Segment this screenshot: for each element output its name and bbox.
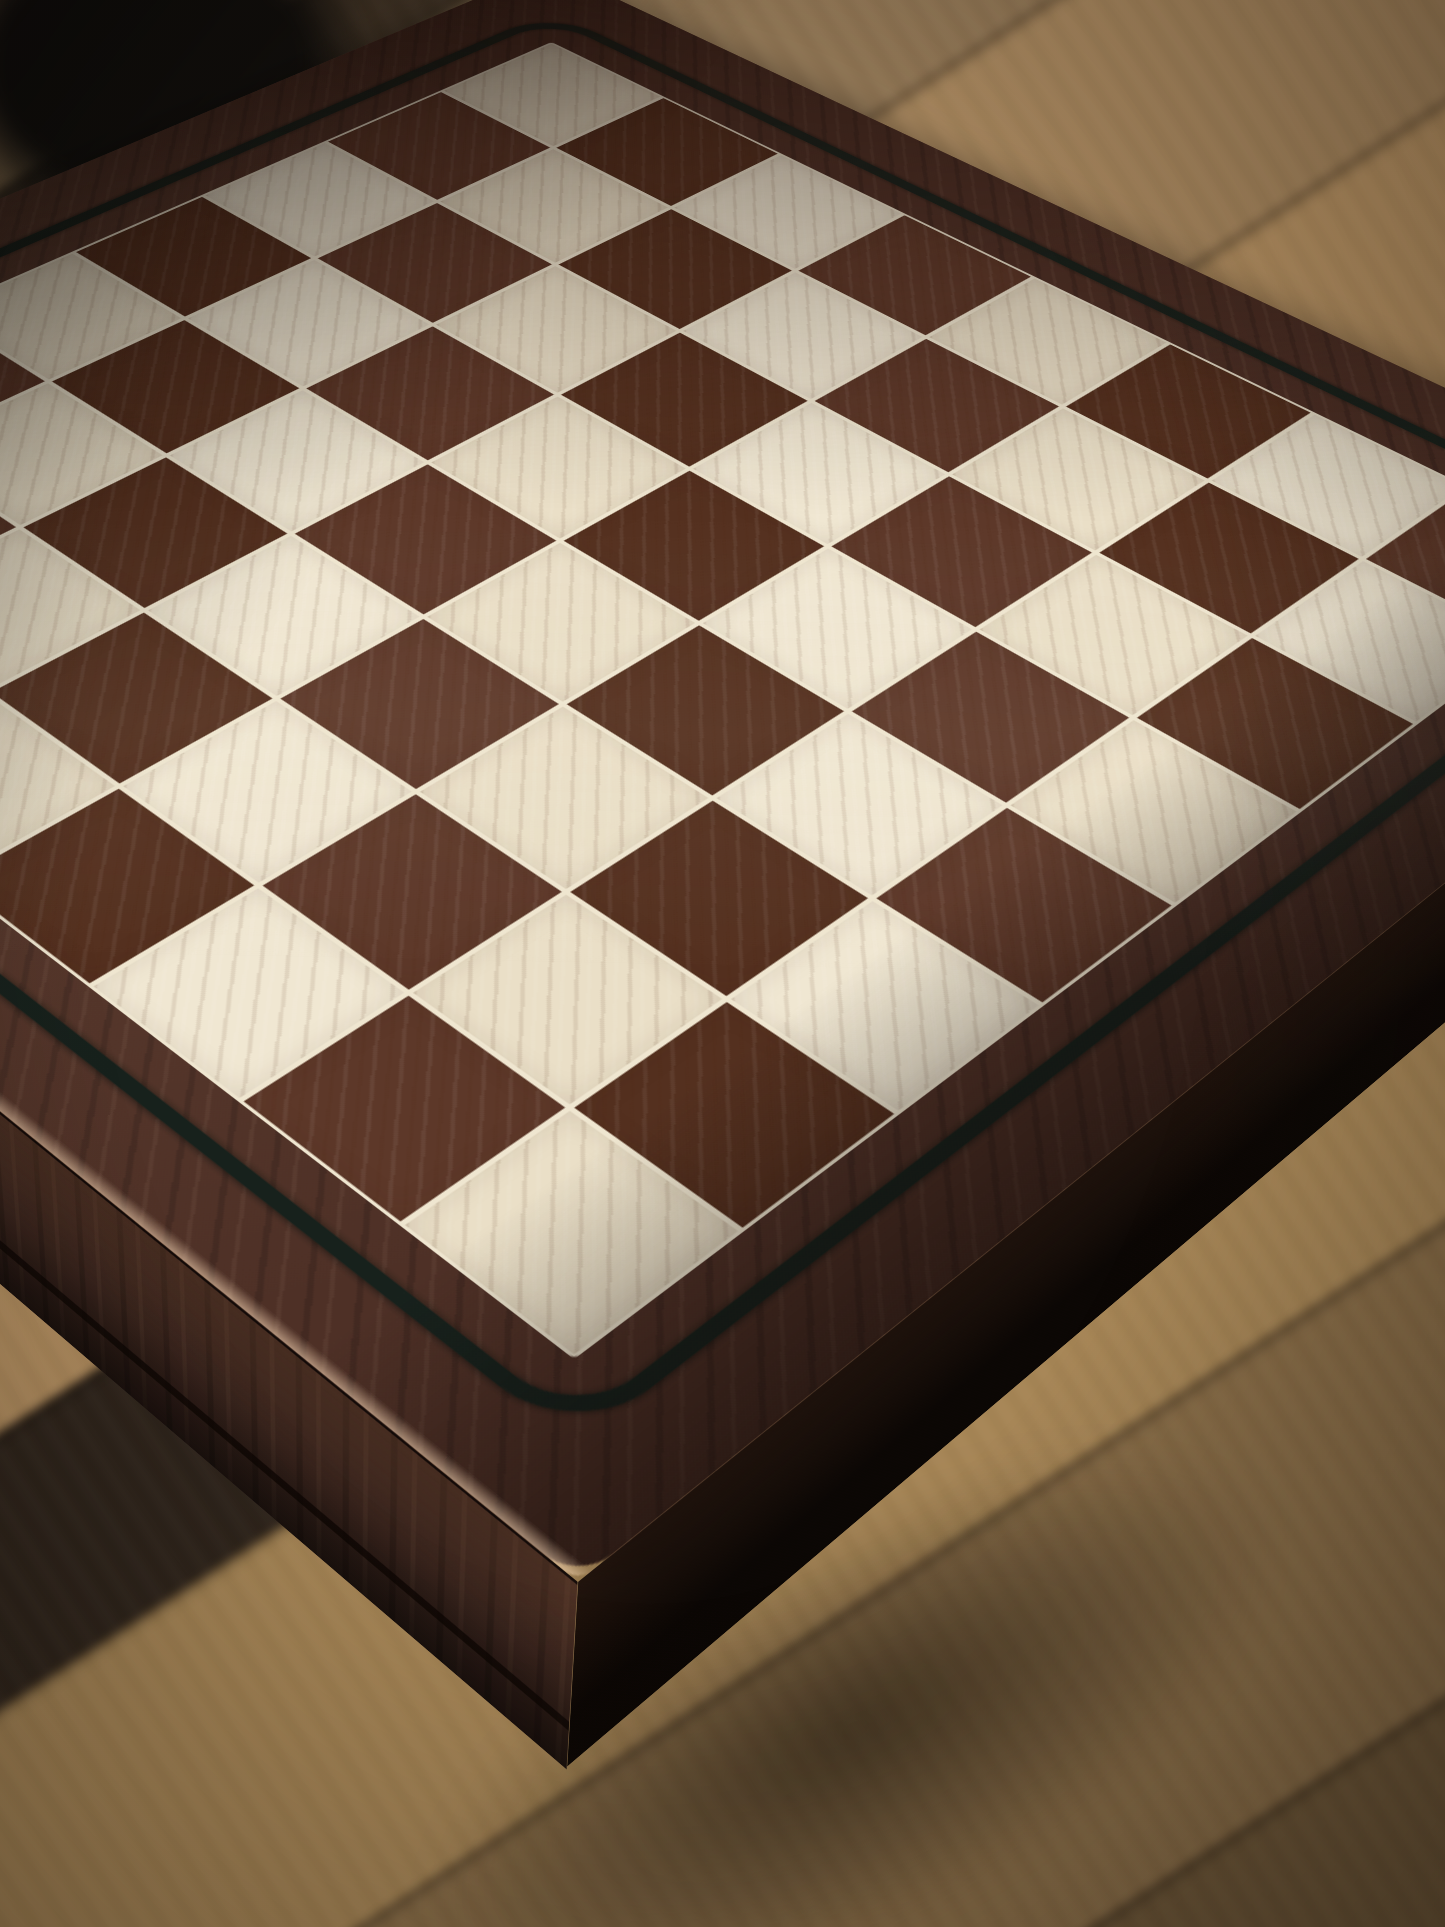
chessboard-perspective (0, 0, 1445, 1489)
chessboard (0, 0, 1445, 1582)
photo-scene (0, 0, 1445, 1927)
